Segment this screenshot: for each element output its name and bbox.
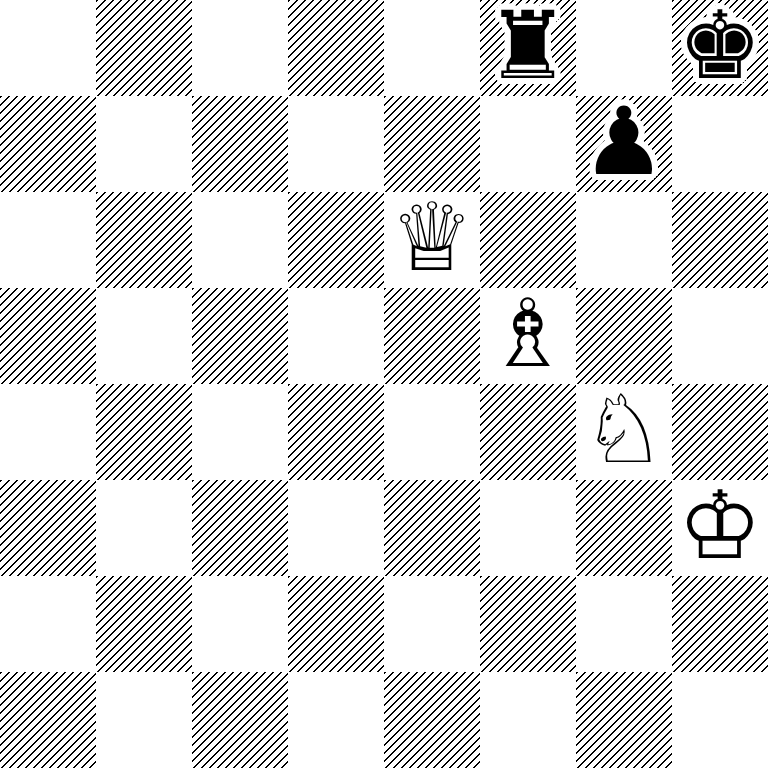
square-a2[interactable] [0, 576, 96, 672]
square-b4[interactable] [96, 384, 192, 480]
square-c5[interactable] [192, 288, 288, 384]
square-c7[interactable] [192, 96, 288, 192]
square-b3[interactable] [96, 480, 192, 576]
square-f1[interactable] [480, 672, 576, 768]
square-a1[interactable] [0, 672, 96, 768]
square-a7[interactable] [0, 96, 96, 192]
square-c8[interactable] [192, 0, 288, 96]
square-a6[interactable] [0, 192, 96, 288]
square-d8[interactable] [288, 0, 384, 96]
square-g1[interactable] [576, 672, 672, 768]
square-f4[interactable] [480, 384, 576, 480]
square-g6[interactable] [576, 192, 672, 288]
square-b6[interactable] [96, 192, 192, 288]
square-e8[interactable] [384, 0, 480, 96]
square-f5[interactable]: ♗ [480, 288, 576, 384]
square-b2[interactable] [96, 576, 192, 672]
square-h8[interactable]: ♚ [672, 0, 768, 96]
square-d2[interactable] [288, 576, 384, 672]
square-e2[interactable] [384, 576, 480, 672]
square-h2[interactable] [672, 576, 768, 672]
square-h7[interactable] [672, 96, 768, 192]
piece-black-king[interactable]: ♚ [678, 0, 762, 93]
square-e7[interactable] [384, 96, 480, 192]
square-a3[interactable] [0, 480, 96, 576]
square-b5[interactable] [96, 288, 192, 384]
piece-white-queen[interactable]: ♕ [390, 192, 474, 285]
square-c2[interactable] [192, 576, 288, 672]
square-g5[interactable] [576, 288, 672, 384]
square-h4[interactable] [672, 384, 768, 480]
square-g7[interactable]: ♟ [576, 96, 672, 192]
piece-black-pawn[interactable]: ♟ [582, 96, 666, 189]
piece-black-rook[interactable]: ♜ [486, 0, 570, 93]
square-h3[interactable]: ♔ [672, 480, 768, 576]
square-e4[interactable] [384, 384, 480, 480]
square-f3[interactable] [480, 480, 576, 576]
square-d5[interactable] [288, 288, 384, 384]
square-b1[interactable] [96, 672, 192, 768]
piece-white-knight[interactable]: ♘ [582, 384, 666, 477]
square-b7[interactable] [96, 96, 192, 192]
chess-board: ♜♚♟♕♗♘♔ [0, 0, 768, 768]
piece-white-bishop[interactable]: ♗ [486, 288, 570, 381]
piece-white-king[interactable]: ♔ [678, 480, 762, 573]
square-c3[interactable] [192, 480, 288, 576]
square-c1[interactable] [192, 672, 288, 768]
square-g8[interactable] [576, 0, 672, 96]
square-h5[interactable] [672, 288, 768, 384]
square-b8[interactable] [96, 0, 192, 96]
square-e5[interactable] [384, 288, 480, 384]
square-d6[interactable] [288, 192, 384, 288]
square-g3[interactable] [576, 480, 672, 576]
square-a8[interactable] [0, 0, 96, 96]
square-f2[interactable] [480, 576, 576, 672]
square-h1[interactable] [672, 672, 768, 768]
square-c6[interactable] [192, 192, 288, 288]
square-d3[interactable] [288, 480, 384, 576]
square-d7[interactable] [288, 96, 384, 192]
square-h6[interactable] [672, 192, 768, 288]
square-g4[interactable]: ♘ [576, 384, 672, 480]
square-a5[interactable] [0, 288, 96, 384]
square-g2[interactable] [576, 576, 672, 672]
square-e6[interactable]: ♕ [384, 192, 480, 288]
square-e3[interactable] [384, 480, 480, 576]
square-e1[interactable] [384, 672, 480, 768]
square-d1[interactable] [288, 672, 384, 768]
square-d4[interactable] [288, 384, 384, 480]
square-f8[interactable]: ♜ [480, 0, 576, 96]
square-f7[interactable] [480, 96, 576, 192]
square-a4[interactable] [0, 384, 96, 480]
square-f6[interactable] [480, 192, 576, 288]
square-c4[interactable] [192, 384, 288, 480]
chess-diagram: ♜♚♟♕♗♘♔ [0, 0, 768, 768]
